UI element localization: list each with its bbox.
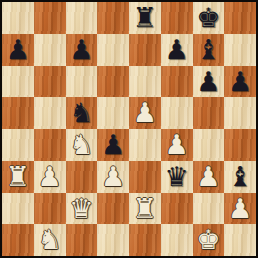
square-e5[interactable]: ♟ bbox=[129, 97, 161, 129]
square-h5[interactable] bbox=[224, 97, 256, 129]
square-e6[interactable] bbox=[129, 66, 161, 98]
square-a8[interactable] bbox=[2, 2, 34, 34]
square-d1[interactable] bbox=[97, 224, 129, 256]
square-g1[interactable]: ♚ bbox=[193, 224, 225, 256]
square-f4[interactable]: ♟ bbox=[161, 129, 193, 161]
square-e7[interactable] bbox=[129, 34, 161, 66]
piece-black-pawn[interactable]: ♟ bbox=[101, 129, 125, 161]
piece-black-pawn[interactable]: ♟ bbox=[196, 66, 220, 98]
square-g2[interactable] bbox=[193, 193, 225, 225]
square-d2[interactable] bbox=[97, 193, 129, 225]
square-d3[interactable]: ♟ bbox=[97, 161, 129, 193]
piece-black-bishop[interactable]: ♝ bbox=[196, 34, 220, 66]
square-h3[interactable]: ♝ bbox=[224, 161, 256, 193]
square-f5[interactable] bbox=[161, 97, 193, 129]
square-g3[interactable]: ♟ bbox=[193, 161, 225, 193]
square-h7[interactable] bbox=[224, 34, 256, 66]
square-b3[interactable]: ♟ bbox=[34, 161, 66, 193]
square-c6[interactable] bbox=[66, 66, 98, 98]
square-d5[interactable] bbox=[97, 97, 129, 129]
square-e4[interactable] bbox=[129, 129, 161, 161]
square-g6[interactable]: ♟ bbox=[193, 66, 225, 98]
square-f3[interactable]: ♛ bbox=[161, 161, 193, 193]
square-g5[interactable] bbox=[193, 97, 225, 129]
piece-white-pawn[interactable]: ♟ bbox=[228, 193, 252, 225]
square-c3[interactable] bbox=[66, 161, 98, 193]
piece-white-pawn[interactable]: ♟ bbox=[196, 161, 220, 193]
piece-white-rook[interactable]: ♜ bbox=[6, 161, 30, 193]
square-g7[interactable]: ♝ bbox=[193, 34, 225, 66]
piece-black-pawn[interactable]: ♟ bbox=[6, 34, 30, 66]
square-c4[interactable]: ♞ bbox=[66, 129, 98, 161]
piece-black-rook[interactable]: ♜ bbox=[133, 2, 157, 34]
square-f1[interactable] bbox=[161, 224, 193, 256]
square-b6[interactable] bbox=[34, 66, 66, 98]
piece-black-pawn[interactable]: ♟ bbox=[228, 66, 252, 98]
piece-white-pawn[interactable]: ♟ bbox=[101, 161, 125, 193]
square-e1[interactable] bbox=[129, 224, 161, 256]
square-h8[interactable] bbox=[224, 2, 256, 34]
square-c1[interactable] bbox=[66, 224, 98, 256]
piece-black-king[interactable]: ♚ bbox=[196, 2, 220, 34]
square-f7[interactable]: ♟ bbox=[161, 34, 193, 66]
piece-white-king[interactable]: ♚ bbox=[196, 224, 220, 256]
square-b2[interactable] bbox=[34, 193, 66, 225]
square-c5[interactable]: ♞ bbox=[66, 97, 98, 129]
square-c7[interactable]: ♟ bbox=[66, 34, 98, 66]
chess-board: ♜♚♟♟♟♝♟♟♞♟♞♟♟♜♟♟♛♟♝♛♜♟♞♚ bbox=[2, 2, 256, 256]
piece-black-queen[interactable]: ♛ bbox=[165, 161, 189, 193]
square-d4[interactable]: ♟ bbox=[97, 129, 129, 161]
square-a4[interactable] bbox=[2, 129, 34, 161]
square-h4[interactable] bbox=[224, 129, 256, 161]
square-a1[interactable] bbox=[2, 224, 34, 256]
square-g4[interactable] bbox=[193, 129, 225, 161]
piece-white-pawn[interactable]: ♟ bbox=[165, 129, 189, 161]
square-e8[interactable]: ♜ bbox=[129, 2, 161, 34]
square-h6[interactable]: ♟ bbox=[224, 66, 256, 98]
square-f6[interactable] bbox=[161, 66, 193, 98]
square-a2[interactable] bbox=[2, 193, 34, 225]
square-f2[interactable] bbox=[161, 193, 193, 225]
piece-white-knight[interactable]: ♞ bbox=[69, 129, 93, 161]
square-b4[interactable] bbox=[34, 129, 66, 161]
piece-black-pawn[interactable]: ♟ bbox=[69, 34, 93, 66]
square-a7[interactable]: ♟ bbox=[2, 34, 34, 66]
piece-white-rook[interactable]: ♜ bbox=[133, 193, 157, 225]
square-a6[interactable] bbox=[2, 66, 34, 98]
square-b1[interactable]: ♞ bbox=[34, 224, 66, 256]
piece-black-pawn[interactable]: ♟ bbox=[165, 34, 189, 66]
square-d8[interactable] bbox=[97, 2, 129, 34]
chess-board-frame: ♜♚♟♟♟♝♟♟♞♟♞♟♟♜♟♟♛♟♝♛♜♟♞♚ bbox=[0, 0, 258, 258]
square-d6[interactable] bbox=[97, 66, 129, 98]
square-c8[interactable] bbox=[66, 2, 98, 34]
square-c2[interactable]: ♛ bbox=[66, 193, 98, 225]
square-e3[interactable] bbox=[129, 161, 161, 193]
piece-white-pawn[interactable]: ♟ bbox=[133, 97, 157, 129]
piece-white-knight[interactable]: ♞ bbox=[38, 224, 62, 256]
square-a5[interactable] bbox=[2, 97, 34, 129]
piece-black-knight[interactable]: ♞ bbox=[69, 97, 93, 129]
square-h2[interactable]: ♟ bbox=[224, 193, 256, 225]
piece-white-queen[interactable]: ♛ bbox=[69, 193, 93, 225]
square-g8[interactable]: ♚ bbox=[193, 2, 225, 34]
square-a3[interactable]: ♜ bbox=[2, 161, 34, 193]
square-h1[interactable] bbox=[224, 224, 256, 256]
square-f8[interactable] bbox=[161, 2, 193, 34]
square-e2[interactable]: ♜ bbox=[129, 193, 161, 225]
square-b8[interactable] bbox=[34, 2, 66, 34]
square-d7[interactable] bbox=[97, 34, 129, 66]
square-b5[interactable] bbox=[34, 97, 66, 129]
piece-white-pawn[interactable]: ♟ bbox=[38, 161, 62, 193]
piece-black-bishop[interactable]: ♝ bbox=[228, 161, 252, 193]
square-b7[interactable] bbox=[34, 34, 66, 66]
